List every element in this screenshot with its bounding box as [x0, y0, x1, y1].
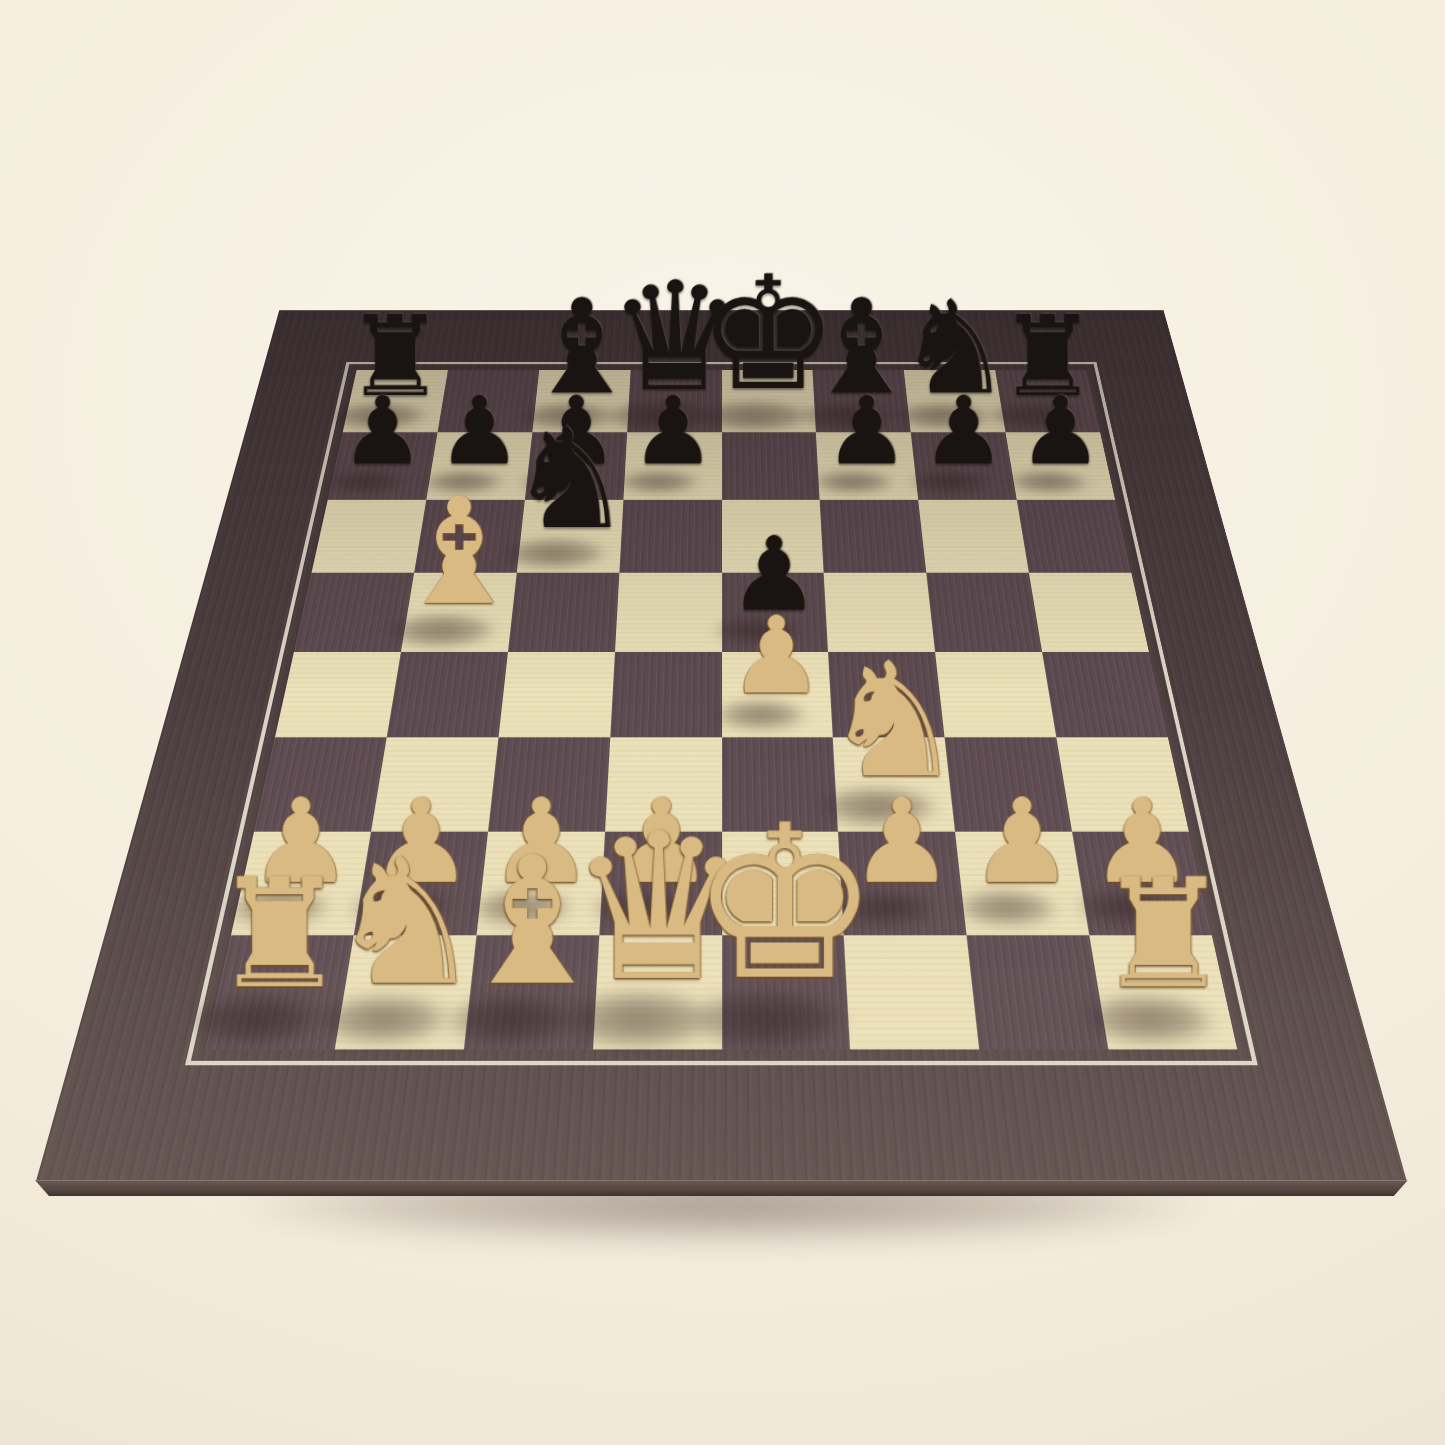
rook-glyph: ♜ [1095, 858, 1230, 1009]
pawn-glyph: ♟ [631, 384, 715, 478]
square-d4[interactable] [610, 652, 722, 738]
pawn-glyph: ♟ [728, 602, 824, 709]
square-g1[interactable] [967, 935, 1109, 1049]
square-a4[interactable] [275, 652, 401, 738]
square-b4[interactable] [387, 652, 508, 738]
photo-backdrop: ♜♝♛♚♝♞♜♟♟♟♟♟♟♟♞♟♝♟♞♟♟♟♟♟♟♟♜♞♝♛♚♜ [0, 0, 1445, 1445]
pawn-glyph: ♟ [921, 384, 1005, 478]
chess-board: ♜♝♛♚♝♞♜♟♟♟♟♟♟♟♞♟♝♟♞♟♟♟♟♟♟♟♜♞♝♛♚♜ [36, 310, 1406, 1180]
pawn-glyph: ♟ [1018, 384, 1102, 478]
square-d6[interactable] [619, 500, 721, 573]
board-front-edge [35, 1180, 1408, 1196]
pawn-glyph: ♟ [341, 384, 425, 478]
king-glyph: ♚ [689, 797, 879, 1009]
pawn-glyph: ♟ [824, 384, 908, 478]
pawn-glyph: ♟ [969, 783, 1074, 900]
square-e7[interactable] [722, 432, 820, 499]
bishop-glyph: ♝ [393, 478, 525, 625]
square-h6[interactable] [1017, 500, 1132, 573]
square-c4[interactable] [498, 652, 614, 738]
square-d5[interactable] [615, 572, 722, 651]
square-f6[interactable] [820, 500, 927, 573]
square-h5[interactable] [1029, 572, 1149, 651]
square-h4[interactable] [1042, 652, 1168, 738]
square-g6[interactable] [918, 500, 1029, 573]
knight-glyph: ♞ [508, 409, 633, 548]
